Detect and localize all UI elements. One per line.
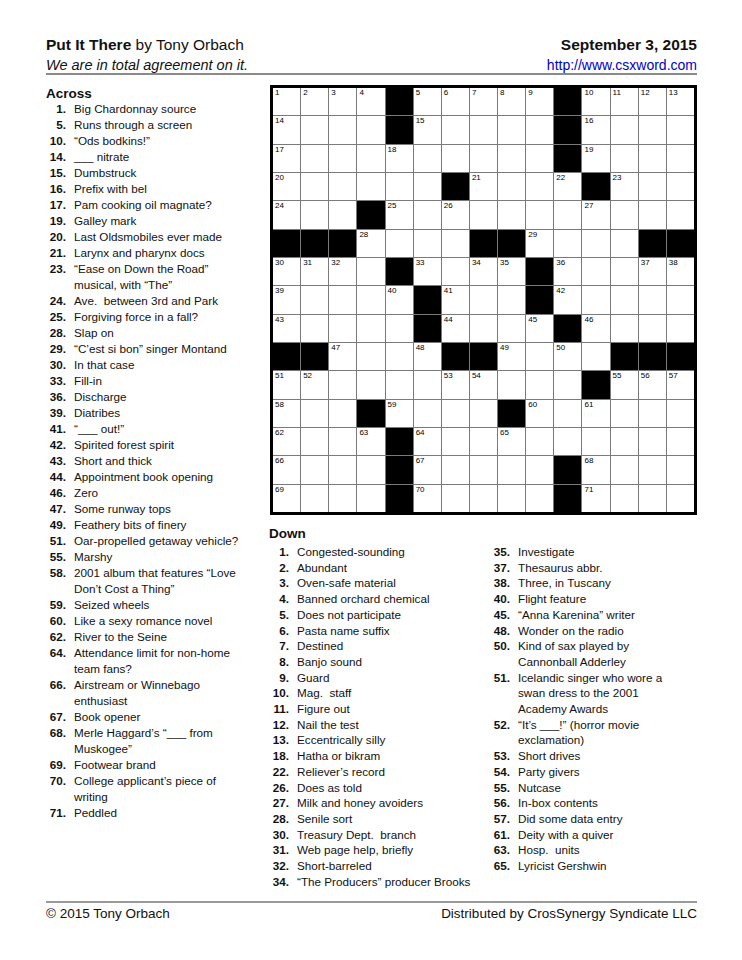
grid-cell[interactable]: 15 — [414, 116, 441, 143]
grid-cell[interactable] — [470, 286, 497, 313]
grid-cell[interactable]: 57 — [667, 371, 694, 398]
clue-text: Senile sort — [297, 811, 477, 827]
black-square — [582, 173, 609, 200]
grid-cell[interactable] — [639, 201, 666, 228]
grid-cell[interactable] — [611, 145, 638, 172]
clue-number: 31. — [269, 842, 289, 858]
clue-text: Nail the test — [297, 717, 477, 733]
clue: 14.___ nitrate — [46, 149, 256, 165]
clue-number: 10. — [269, 685, 289, 701]
grid-cell[interactable] — [386, 230, 413, 257]
clue-text: Party givers — [518, 764, 688, 780]
grid-cell[interactable]: 70 — [414, 485, 441, 512]
grid-cell[interactable]: 38 — [667, 258, 694, 285]
grid-cell[interactable] — [442, 456, 469, 483]
grid-cell[interactable]: 65 — [498, 428, 525, 455]
clue: 61.Deity with a quiver — [490, 827, 706, 843]
clue: 65.Lyricist Gershwin — [490, 858, 706, 874]
clue-number: 36. — [46, 389, 66, 405]
grid-cell[interactable] — [301, 286, 328, 313]
grid-cell[interactable]: 3 — [329, 88, 356, 115]
clue-number: 8. — [269, 654, 289, 670]
grid-cell[interactable] — [329, 428, 356, 455]
grid-cell[interactable] — [301, 485, 328, 512]
black-square — [329, 230, 356, 257]
grid-cell[interactable] — [329, 371, 356, 398]
grid-cell[interactable] — [357, 371, 384, 398]
grid-cell[interactable] — [526, 201, 553, 228]
grid-cell[interactable] — [611, 230, 638, 257]
grid-cell[interactable]: 42 — [554, 286, 581, 313]
clue-text: In-box contents — [518, 795, 688, 811]
clue-text: Larynx and pharynx docs — [74, 245, 249, 261]
grid-cell[interactable] — [498, 173, 525, 200]
grid-cell[interactable]: 30 — [273, 258, 300, 285]
title-line: Put It There by Tony Orbach — [46, 36, 244, 54]
grid-cell[interactable]: 68 — [582, 456, 609, 483]
grid-cell[interactable] — [357, 173, 384, 200]
grid-cell[interactable] — [611, 315, 638, 342]
clue-text: River to the Seine — [74, 629, 249, 645]
grid-cell[interactable] — [667, 315, 694, 342]
grid-cell[interactable] — [301, 428, 328, 455]
clue: 51.Oar-propelled getaway vehicle? — [46, 533, 256, 549]
black-square — [639, 343, 666, 370]
grid-cell[interactable]: 8 — [498, 88, 525, 115]
clue-number: 56. — [490, 795, 510, 811]
grid-cell[interactable]: 37 — [639, 258, 666, 285]
puzzle-tagline: We are in total agreement on it. — [46, 57, 248, 73]
grid-cell[interactable] — [329, 173, 356, 200]
grid-cell[interactable] — [414, 145, 441, 172]
grid-cell[interactable] — [442, 428, 469, 455]
grid-cell[interactable]: 21 — [470, 173, 497, 200]
grid-cell[interactable]: 23 — [611, 173, 638, 200]
grid-cell[interactable] — [357, 116, 384, 143]
cell-number: 38 — [669, 259, 678, 267]
grid-cell[interactable] — [329, 485, 356, 512]
clue-number: 19. — [46, 213, 66, 229]
grid-cell[interactable] — [357, 315, 384, 342]
grid-cell[interactable] — [554, 428, 581, 455]
grid-cell[interactable] — [357, 145, 384, 172]
grid-cell[interactable]: 14 — [273, 116, 300, 143]
grid-cell[interactable]: 51 — [273, 371, 300, 398]
grid-cell[interactable]: 22 — [554, 173, 581, 200]
clue: 3.Oven-safe material — [269, 575, 481, 591]
black-square — [301, 343, 328, 370]
grid-cell[interactable]: 29 — [526, 230, 553, 257]
grid-cell[interactable]: 7 — [470, 88, 497, 115]
grid-cell[interactable]: 2 — [301, 88, 328, 115]
grid-cell[interactable] — [470, 145, 497, 172]
cell-number: 62 — [275, 429, 284, 437]
grid-cell[interactable] — [301, 400, 328, 427]
grid-cell[interactable]: 48 — [414, 343, 441, 370]
grid-cell[interactable] — [611, 258, 638, 285]
cell-number: 14 — [275, 117, 284, 125]
grid-cell[interactable]: 49 — [498, 343, 525, 370]
grid-cell[interactable] — [611, 116, 638, 143]
clue-text: Hosp. units — [518, 842, 688, 858]
grid-cell[interactable] — [357, 343, 384, 370]
grid-cell[interactable] — [611, 456, 638, 483]
grid-cell[interactable] — [582, 343, 609, 370]
grid-cell[interactable] — [386, 173, 413, 200]
grid-cell[interactable] — [639, 428, 666, 455]
puzzle-url-link[interactable]: http://www.csxword.com — [547, 57, 697, 73]
grid-cell[interactable] — [301, 456, 328, 483]
black-square — [301, 230, 328, 257]
cell-number: 67 — [416, 457, 425, 465]
grid-cell[interactable]: 59 — [386, 400, 413, 427]
cell-number: 7 — [472, 89, 476, 97]
grid-cell[interactable] — [329, 145, 356, 172]
grid-cell[interactable]: 54 — [470, 371, 497, 398]
grid-cell[interactable] — [639, 116, 666, 143]
clue-text: “It’s ___!” (horror movie exclamation) — [518, 717, 688, 748]
clue-number: 51. — [46, 533, 66, 549]
grid-cell[interactable]: 46 — [582, 315, 609, 342]
clue-text: Big Chardonnay source — [74, 101, 249, 117]
clue: 13.Eccentrically silly — [269, 732, 481, 748]
grid-cell[interactable] — [498, 201, 525, 228]
grid-cell[interactable]: 28 — [357, 230, 384, 257]
grid-cell[interactable]: 52 — [301, 371, 328, 398]
grid-cell[interactable]: 62 — [273, 428, 300, 455]
grid-cell[interactable] — [667, 173, 694, 200]
clue-number: 30. — [46, 357, 66, 373]
clue-text: Footwear brand — [74, 757, 249, 773]
clue: 64.Attendance limit for non-home team fa… — [46, 645, 256, 677]
grid-cell[interactable] — [442, 145, 469, 172]
grid-cell[interactable] — [639, 286, 666, 313]
grid-cell[interactable] — [386, 315, 413, 342]
grid-cell[interactable] — [498, 145, 525, 172]
grid-cell[interactable] — [498, 315, 525, 342]
grid-cell[interactable] — [357, 258, 384, 285]
grid-cell[interactable] — [526, 145, 553, 172]
grid-cell[interactable] — [498, 371, 525, 398]
clue-number: 52. — [490, 717, 510, 733]
grid-cell[interactable]: 5 — [414, 88, 441, 115]
clue-text: Pasta name suffix — [297, 623, 477, 639]
grid-cell[interactable]: 56 — [639, 371, 666, 398]
clue: 67.Book opener — [46, 709, 256, 725]
clue-number: 60. — [46, 613, 66, 629]
grid-cell[interactable]: 60 — [526, 400, 553, 427]
grid-cell[interactable] — [611, 201, 638, 228]
clue: 51.Icelandic singer who wore a swan dres… — [490, 670, 706, 717]
grid-cell[interactable] — [498, 286, 525, 313]
cell-number: 12 — [641, 89, 650, 97]
cell-number: 70 — [416, 486, 425, 494]
grid-cell[interactable] — [442, 258, 469, 285]
clue-text: “Ods bodkins!” — [74, 133, 249, 149]
cell-number: 27 — [584, 202, 593, 210]
cell-number: 57 — [669, 372, 678, 380]
clue: 23.“Ease on Down the Road” musical, with… — [46, 261, 256, 293]
clue-text: College applicant’s piece of writing — [74, 773, 249, 805]
grid-cell[interactable] — [667, 286, 694, 313]
clue: 38.Three, in Tuscany — [490, 575, 706, 591]
grid-cell[interactable]: 64 — [414, 428, 441, 455]
grid-cell[interactable] — [526, 485, 553, 512]
clue: 17.Pam cooking oil magnate? — [46, 197, 256, 213]
grid-cell[interactable] — [639, 173, 666, 200]
grid-cell[interactable]: 41 — [442, 286, 469, 313]
grid-cell[interactable] — [357, 456, 384, 483]
grid-cell[interactable]: 4 — [357, 88, 384, 115]
grid-cell[interactable] — [301, 116, 328, 143]
grid-cell[interactable]: 44 — [442, 315, 469, 342]
cell-number: 64 — [416, 429, 425, 437]
clue-number: 71. — [46, 805, 66, 821]
clue-number: 68. — [46, 725, 66, 741]
grid-cell[interactable] — [498, 485, 525, 512]
grid-cell[interactable]: 16 — [582, 116, 609, 143]
puzzle-byline: by Tony Orbach — [131, 36, 244, 53]
grid-cell[interactable] — [582, 230, 609, 257]
cell-number: 43 — [275, 316, 284, 324]
grid-cell[interactable]: 71 — [582, 485, 609, 512]
clue: 44.Appointment book opening — [46, 469, 256, 485]
grid-cell[interactable] — [329, 315, 356, 342]
grid-cell[interactable]: 67 — [414, 456, 441, 483]
black-square — [554, 116, 581, 143]
clue-text: Destined — [297, 638, 477, 654]
clue: 35.Investigate — [490, 544, 706, 560]
grid-cell[interactable]: 10 — [582, 88, 609, 115]
cell-number: 42 — [556, 287, 565, 295]
grid-cell[interactable] — [470, 201, 497, 228]
clue: 55.Nutcase — [490, 780, 706, 796]
grid-cell[interactable]: 53 — [442, 371, 469, 398]
clue-number: 4. — [269, 591, 289, 607]
grid-cell[interactable] — [667, 116, 694, 143]
grid-cell[interactable] — [526, 116, 553, 143]
grid-cell[interactable] — [414, 201, 441, 228]
grid-cell[interactable] — [470, 428, 497, 455]
clue: 34.“The Producers” producer Brooks — [269, 874, 481, 890]
grid-cell[interactable] — [414, 230, 441, 257]
grid-cell[interactable]: 63 — [357, 428, 384, 455]
clue: 46.Zero — [46, 485, 256, 501]
grid-cell[interactable] — [498, 456, 525, 483]
grid-cell[interactable]: 25 — [386, 201, 413, 228]
black-square — [611, 343, 638, 370]
clue: 28.Slap on — [46, 325, 256, 341]
clue-number: 2. — [269, 560, 289, 576]
grid-cell[interactable] — [639, 315, 666, 342]
clue: 5.Does not participate — [269, 607, 481, 623]
cell-number: 2 — [303, 89, 307, 97]
grid-cell[interactable] — [414, 400, 441, 427]
clue: 1.Congested-sounding — [269, 544, 481, 560]
clue-text: Zero — [74, 485, 249, 501]
grid-cell[interactable]: 47 — [329, 343, 356, 370]
cell-number: 61 — [584, 401, 593, 409]
grid-cell[interactable] — [526, 428, 553, 455]
grid-cell[interactable] — [442, 400, 469, 427]
grid-cell[interactable] — [301, 201, 328, 228]
clue-text: Galley mark — [74, 213, 249, 229]
grid-cell[interactable] — [639, 400, 666, 427]
grid-cell[interactable] — [329, 286, 356, 313]
grid-cell[interactable] — [470, 456, 497, 483]
clue-text: Peddled — [74, 805, 249, 821]
grid-cell[interactable] — [329, 116, 356, 143]
grid-cell[interactable] — [611, 428, 638, 455]
grid-cell[interactable] — [639, 456, 666, 483]
grid-cell[interactable] — [301, 145, 328, 172]
cell-number: 10 — [584, 89, 593, 97]
clue: 11.Figure out — [269, 701, 481, 717]
grid-cell[interactable]: 34 — [470, 258, 497, 285]
grid-cell[interactable]: 55 — [611, 371, 638, 398]
clue-text: Guard — [297, 670, 477, 686]
grid-cell[interactable]: 61 — [582, 400, 609, 427]
clue-number: 58. — [46, 565, 66, 581]
grid-cell[interactable]: 27 — [582, 201, 609, 228]
grid-cell[interactable]: 33 — [414, 258, 441, 285]
grid-cell[interactable] — [470, 400, 497, 427]
grid-cell[interactable]: 43 — [273, 315, 300, 342]
grid-cell[interactable] — [442, 230, 469, 257]
grid-cell[interactable]: 40 — [386, 286, 413, 313]
cell-number: 28 — [359, 231, 368, 239]
grid-cell[interactable] — [667, 145, 694, 172]
grid-cell[interactable] — [639, 145, 666, 172]
clue-text: Flight feature — [518, 591, 688, 607]
grid-cell[interactable] — [611, 485, 638, 512]
grid-cell[interactable]: 12 — [639, 88, 666, 115]
grid-cell[interactable] — [582, 286, 609, 313]
grid-cell[interactable]: 1 — [273, 88, 300, 115]
black-square — [386, 485, 413, 512]
grid-cell[interactable] — [329, 456, 356, 483]
grid-cell[interactable] — [554, 201, 581, 228]
grid-cell[interactable] — [554, 230, 581, 257]
grid-cell[interactable]: 45 — [526, 315, 553, 342]
clue-text: Icelandic singer who wore a swan dress t… — [518, 670, 688, 717]
clue-text: Short-barreled — [297, 858, 477, 874]
cell-number: 20 — [275, 174, 284, 182]
clue-number: 64. — [46, 645, 66, 661]
clue: 50.Kind of sax played by Cannonball Adde… — [490, 638, 706, 669]
clue-text: Abundant — [297, 560, 477, 576]
grid-cell[interactable] — [554, 400, 581, 427]
grid-cell[interactable] — [667, 456, 694, 483]
grid-cell[interactable]: 13 — [667, 88, 694, 115]
grid-cell[interactable]: 6 — [442, 88, 469, 115]
clue-number: 5. — [46, 117, 66, 133]
grid-cell[interactable] — [301, 173, 328, 200]
clue: 33.Fill-in — [46, 373, 256, 389]
grid-cell[interactable] — [554, 371, 581, 398]
grid-cell[interactable] — [470, 315, 497, 342]
grid-cell[interactable]: 9 — [526, 88, 553, 115]
page-header: Put It There by Tony Orbach September 3,… — [46, 36, 697, 73]
black-square — [386, 258, 413, 285]
grid-cell[interactable]: 18 — [386, 145, 413, 172]
clue: 36.Discharge — [46, 389, 256, 405]
grid-cell[interactable] — [582, 258, 609, 285]
cell-number: 53 — [444, 372, 453, 380]
grid-cell[interactable] — [526, 371, 553, 398]
grid-cell[interactable] — [582, 428, 609, 455]
grid-cell[interactable]: 20 — [273, 173, 300, 200]
clue-text: Congested-sounding — [297, 544, 477, 560]
clue-text: 2001 album that features “Love Don’t Cos… — [74, 565, 249, 597]
clue-number: 11. — [269, 701, 289, 717]
clue-number: 35. — [490, 544, 510, 560]
grid-cell[interactable] — [301, 315, 328, 342]
grid-cell[interactable] — [667, 201, 694, 228]
clue: 15.Dumbstruck — [46, 165, 256, 181]
grid-cell[interactable] — [329, 400, 356, 427]
grid-cell[interactable]: 36 — [554, 258, 581, 285]
grid-cell[interactable]: 24 — [273, 201, 300, 228]
grid-cell[interactable] — [498, 116, 525, 143]
grid-cell[interactable]: 11 — [611, 88, 638, 115]
grid-cell[interactable] — [357, 286, 384, 313]
grid-cell[interactable]: 50 — [554, 343, 581, 370]
grid-cell[interactable]: 66 — [273, 456, 300, 483]
grid-cell[interactable] — [470, 485, 497, 512]
grid-cell[interactable]: 26 — [442, 201, 469, 228]
clue-text: Feathery bits of finery — [74, 517, 249, 533]
clue-number: 34. — [269, 874, 289, 890]
grid-cell[interactable] — [611, 400, 638, 427]
grid-cell[interactable] — [526, 456, 553, 483]
grid-cell[interactable]: 58 — [273, 400, 300, 427]
grid-cell[interactable] — [667, 428, 694, 455]
grid-cell[interactable] — [414, 371, 441, 398]
grid-cell[interactable] — [667, 400, 694, 427]
grid-cell[interactable] — [386, 343, 413, 370]
clue-number: 51. — [490, 670, 510, 686]
grid-cell[interactable] — [639, 485, 666, 512]
grid-cell[interactable]: 19 — [582, 145, 609, 172]
grid-cell[interactable] — [526, 173, 553, 200]
grid-cell[interactable] — [611, 286, 638, 313]
clue-number: 12. — [269, 717, 289, 733]
clue-text: “___ out!” — [74, 421, 249, 437]
clue: 31.Web page help, briefly — [269, 842, 481, 858]
grid-cell[interactable] — [442, 485, 469, 512]
grid-cell[interactable]: 39 — [273, 286, 300, 313]
grid-cell[interactable]: 31 — [301, 258, 328, 285]
grid-cell[interactable] — [470, 116, 497, 143]
grid-cell[interactable] — [667, 485, 694, 512]
grid-cell[interactable] — [526, 343, 553, 370]
grid-cell[interactable]: 35 — [498, 258, 525, 285]
grid-cell[interactable] — [357, 485, 384, 512]
grid-cell[interactable] — [414, 173, 441, 200]
grid-cell[interactable] — [386, 371, 413, 398]
clue-number: 32. — [269, 858, 289, 874]
cell-number: 68 — [584, 457, 593, 465]
clue-text: Merle Haggard’s “___ from Muskogee” — [74, 725, 249, 757]
grid-cell[interactable] — [442, 116, 469, 143]
puzzle-date: September 3, 2015 — [561, 36, 697, 54]
clue-text: Seized wheels — [74, 597, 249, 613]
grid-cell[interactable]: 32 — [329, 258, 356, 285]
grid-cell[interactable]: 69 — [273, 485, 300, 512]
grid-cell[interactable]: 17 — [273, 145, 300, 172]
grid-cell[interactable] — [329, 201, 356, 228]
